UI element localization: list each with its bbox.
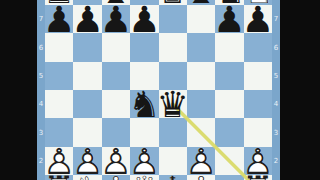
rank-label-7: 7 <box>37 14 45 24</box>
arrow-layer <box>45 0 272 180</box>
rank-label-4: 4 <box>37 99 45 109</box>
rank-label-6: 6 <box>272 43 280 53</box>
rank-label-4: 4 <box>272 99 280 109</box>
left-margin <box>0 0 37 180</box>
rank-label-5: 5 <box>37 71 45 81</box>
chess-board-app: 765432 ♜♝♚♝♞♞♘♟♟♟♟♟♟♞♛♟♙♟♙♟♙♟♙♟♙♟♙♜♖♞♘♝♗… <box>0 0 320 180</box>
rank-label-7: 7 <box>272 14 280 24</box>
board: ♜♝♚♝♞♞♘♟♟♟♟♟♟♞♛♟♙♟♙♟♙♟♙♟♙♟♙♜♖♞♘♝♗♛♕♚♔♝♗♜… <box>45 0 272 180</box>
rank-label-3: 3 <box>37 128 45 138</box>
right-rank-labels: 765432 <box>272 0 280 180</box>
rank-label-5: 5 <box>272 71 280 81</box>
left-rank-labels: 765432 <box>37 0 45 180</box>
move-arrow <box>173 104 258 180</box>
right-margin <box>280 0 320 180</box>
rank-label-2: 2 <box>37 156 45 166</box>
rank-label-3: 3 <box>272 128 280 138</box>
rank-label-2: 2 <box>272 156 280 166</box>
rank-label-6: 6 <box>37 43 45 53</box>
